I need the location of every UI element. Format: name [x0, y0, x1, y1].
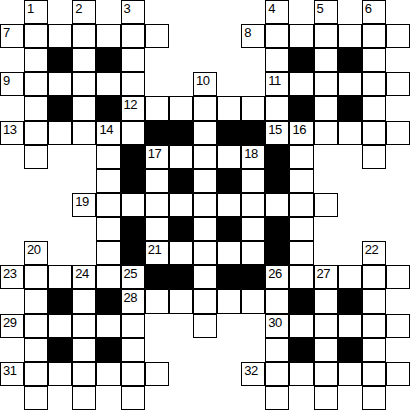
cell-r8-c7[interactable]: [169, 193, 193, 217]
void-r14-c16: [386, 338, 410, 362]
void-r2-c0: [0, 48, 24, 72]
cell-r15-c13[interactable]: [314, 362, 338, 386]
block-r7-c5: [121, 169, 145, 193]
cell-r5-c2[interactable]: [48, 121, 72, 145]
cell-r1-c1[interactable]: [24, 24, 48, 48]
void-r2-c7: [169, 48, 193, 72]
cell-r1-c0[interactable]: 7: [0, 24, 24, 48]
void-r12-c16: [386, 289, 410, 313]
block-r12-c2: [48, 289, 72, 313]
void-r13-c10: [241, 314, 265, 338]
clue-number-19: 19: [75, 194, 88, 209]
void-r10-c14: [338, 241, 362, 265]
cell-r1-c14[interactable]: [338, 24, 362, 48]
cell-r9-c4[interactable]: [96, 217, 120, 241]
cell-r10-c12[interactable]: [289, 241, 313, 265]
void-r4-c16: [386, 96, 410, 120]
cell-r3-c1[interactable]: [24, 72, 48, 96]
cell-r7-c12[interactable]: [289, 169, 313, 193]
cell-r7-c10[interactable]: [241, 169, 265, 193]
cell-r12-c13[interactable]: [314, 289, 338, 313]
block-r11-c7: [169, 265, 193, 289]
void-r9-c14: [338, 217, 362, 241]
block-r14-c4: [96, 338, 120, 362]
void-r16-c8: [193, 386, 217, 410]
void-r1-c8: [193, 24, 217, 48]
cell-r5-c5[interactable]: [121, 121, 145, 145]
void-r16-c9: [217, 386, 241, 410]
cell-r13-c4[interactable]: [96, 314, 120, 338]
void-r16-c4: [96, 386, 120, 410]
clue-number-23: 23: [3, 266, 16, 281]
void-r12-c0: [0, 289, 24, 313]
void-r2-c6: [145, 48, 169, 72]
void-r14-c0: [0, 338, 24, 362]
cell-r13-c2[interactable]: [48, 314, 72, 338]
void-r13-c6: [145, 314, 169, 338]
cell-r3-c4[interactable]: [96, 72, 120, 96]
cell-r5-c12[interactable]: 16: [289, 121, 313, 145]
cell-r5-c0[interactable]: 13: [0, 121, 24, 145]
cell-r15-c0[interactable]: 31: [0, 362, 24, 386]
cell-r15-c6[interactable]: [145, 362, 169, 386]
clue-number-21: 21: [148, 242, 161, 257]
void-r8-c1: [24, 193, 48, 217]
void-r14-c8: [193, 338, 217, 362]
cell-r11-c15[interactable]: [362, 265, 386, 289]
cell-r13-c8[interactable]: [193, 314, 217, 338]
cell-r12-c8[interactable]: [193, 289, 217, 313]
cell-r11-c0[interactable]: 23: [0, 265, 24, 289]
clue-number-28: 28: [124, 290, 137, 305]
cell-r3-c3[interactable]: [72, 72, 96, 96]
clue-number-11: 11: [268, 73, 281, 88]
void-r14-c10: [241, 338, 265, 362]
block-r7-c11: [265, 169, 289, 193]
cell-r8-c10[interactable]: [241, 193, 265, 217]
cell-r1-c12[interactable]: [289, 24, 313, 48]
cell-r9-c6[interactable]: [145, 217, 169, 241]
void-r16-c2: [48, 386, 72, 410]
clue-number-12: 12: [124, 97, 137, 112]
void-r6-c2: [48, 145, 72, 169]
cell-r5-c8[interactable]: [193, 121, 217, 145]
cell-r3-c2[interactable]: [48, 72, 72, 96]
block-r12-c4: [96, 289, 120, 313]
void-r9-c16: [386, 217, 410, 241]
block-r2-c2: [48, 48, 72, 72]
void-r4-c0: [0, 96, 24, 120]
block-r5-c6: [145, 121, 169, 145]
cell-r15-c11[interactable]: [265, 362, 289, 386]
void-r0-c10: [241, 0, 265, 24]
void-r3-c9: [217, 72, 241, 96]
void-r7-c3: [72, 169, 96, 193]
cell-r2-c1[interactable]: [24, 48, 48, 72]
cell-r6-c10[interactable]: 18: [241, 145, 265, 169]
clue-number-29: 29: [3, 315, 16, 330]
void-r16-c0: [0, 386, 24, 410]
cell-r6-c6[interactable]: 17: [145, 145, 169, 169]
cell-r11-c12[interactable]: [289, 265, 313, 289]
cell-r4-c15[interactable]: [362, 96, 386, 120]
void-r0-c8: [193, 0, 217, 24]
cell-r8-c9[interactable]: [217, 193, 241, 217]
block-r12-c14: [338, 289, 362, 313]
cell-r13-c14[interactable]: [338, 314, 362, 338]
cell-r11-c5[interactable]: 25: [121, 265, 145, 289]
cell-r15-c10[interactable]: 32: [241, 362, 265, 386]
cell-r16-c1[interactable]: [24, 386, 48, 410]
void-r16-c16: [386, 386, 410, 410]
block-r14-c2: [48, 338, 72, 362]
cell-r11-c13[interactable]: 27: [314, 265, 338, 289]
void-r9-c2: [48, 217, 72, 241]
cell-r15-c16[interactable]: [386, 362, 410, 386]
cell-r5-c11[interactable]: 15: [265, 121, 289, 145]
cell-r11-c16[interactable]: [386, 265, 410, 289]
void-r2-c16: [386, 48, 410, 72]
cell-r8-c6[interactable]: [145, 193, 169, 217]
cell-r11-c11[interactable]: 26: [265, 265, 289, 289]
cell-r7-c6[interactable]: [145, 169, 169, 193]
void-r7-c14: [338, 169, 362, 193]
cell-r12-c5[interactable]: 28: [121, 289, 145, 313]
cell-r15-c3[interactable]: [72, 362, 96, 386]
void-r6-c0: [0, 145, 24, 169]
cell-r14-c15[interactable]: [362, 338, 386, 362]
cell-r8-c12[interactable]: [289, 193, 313, 217]
cell-r13-c16[interactable]: [386, 314, 410, 338]
cell-r3-c13[interactable]: [314, 72, 338, 96]
void-r2-c9: [217, 48, 241, 72]
cell-r14-c3[interactable]: [72, 338, 96, 362]
cell-r1-c10[interactable]: 8: [241, 24, 265, 48]
void-r2-c10: [241, 48, 265, 72]
crossword-board: 1234567891011121314151617181920212223242…: [0, 0, 410, 410]
cell-r15-c14[interactable]: [338, 362, 362, 386]
block-r6-c11: [265, 145, 289, 169]
cell-r16-c11[interactable]: [265, 386, 289, 410]
cell-r1-c15[interactable]: [362, 24, 386, 48]
cell-r0-c5[interactable]: 3: [121, 0, 145, 24]
clue-number-20: 20: [27, 242, 40, 257]
void-r8-c14: [338, 193, 362, 217]
cell-r0-c3[interactable]: 2: [72, 0, 96, 24]
void-r0-c0: [0, 0, 24, 24]
cell-r10-c15[interactable]: 22: [362, 241, 386, 265]
cell-r3-c0[interactable]: 9: [0, 72, 24, 96]
cell-r2-c11[interactable]: [265, 48, 289, 72]
cell-r3-c11[interactable]: 11: [265, 72, 289, 96]
clue-number-16: 16: [292, 122, 305, 137]
cell-r5-c3[interactable]: [72, 121, 96, 145]
void-r16-c12: [289, 386, 313, 410]
cell-r8-c5[interactable]: [121, 193, 145, 217]
cell-r13-c1[interactable]: [24, 314, 48, 338]
cell-r2-c15[interactable]: [362, 48, 386, 72]
void-r9-c15: [362, 217, 386, 241]
void-r0-c4: [96, 0, 120, 24]
cell-r4-c6[interactable]: [145, 96, 169, 120]
cell-r10-c9[interactable]: [217, 241, 241, 265]
cell-r15-c4[interactable]: [96, 362, 120, 386]
cell-r16-c3[interactable]: [72, 386, 96, 410]
block-r5-c10: [241, 121, 265, 145]
clue-number-13: 13: [3, 122, 16, 137]
block-r11-c9: [217, 265, 241, 289]
void-r7-c13: [314, 169, 338, 193]
void-r9-c0: [0, 217, 24, 241]
clue-number-9: 9: [3, 73, 10, 88]
void-r7-c0: [0, 169, 24, 193]
cell-r11-c14[interactable]: [338, 265, 362, 289]
void-r8-c16: [386, 193, 410, 217]
cell-r1-c16[interactable]: [386, 24, 410, 48]
cell-r1-c3[interactable]: [72, 24, 96, 48]
clue-number-10: 10: [196, 73, 209, 88]
void-r14-c9: [217, 338, 241, 362]
cell-r4-c13[interactable]: [314, 96, 338, 120]
cell-r3-c5[interactable]: [121, 72, 145, 96]
cell-r7-c8[interactable]: [193, 169, 217, 193]
cell-r1-c5[interactable]: [121, 24, 145, 48]
block-r14-c14: [338, 338, 362, 362]
void-r16-c7: [169, 386, 193, 410]
void-r6-c16: [386, 145, 410, 169]
block-r11-c10: [241, 265, 265, 289]
cell-r3-c12[interactable]: [289, 72, 313, 96]
cell-r0-c13[interactable]: 5: [314, 0, 338, 24]
cell-r4-c7[interactable]: [169, 96, 193, 120]
void-r0-c9: [217, 0, 241, 24]
void-r9-c3: [72, 217, 96, 241]
void-r3-c7: [169, 72, 193, 96]
cell-r13-c3[interactable]: [72, 314, 96, 338]
cell-r5-c13[interactable]: [314, 121, 338, 145]
cell-r3-c8[interactable]: 10: [193, 72, 217, 96]
block-r10-c11: [265, 241, 289, 265]
cell-r15-c2[interactable]: [48, 362, 72, 386]
cell-r2-c5[interactable]: [121, 48, 145, 72]
void-r8-c2: [48, 193, 72, 217]
block-r2-c12: [289, 48, 313, 72]
cell-r10-c6[interactable]: 21: [145, 241, 169, 265]
cell-r11-c2[interactable]: [48, 265, 72, 289]
cell-r13-c0[interactable]: 29: [0, 314, 24, 338]
cell-r10-c8[interactable]: [193, 241, 217, 265]
block-r9-c7: [169, 217, 193, 241]
cell-r4-c3[interactable]: [72, 96, 96, 120]
cell-r6-c12[interactable]: [289, 145, 313, 169]
void-r0-c2: [48, 0, 72, 24]
cell-r11-c4[interactable]: [96, 265, 120, 289]
clue-number-26: 26: [268, 266, 281, 281]
cell-r11-c8[interactable]: [193, 265, 217, 289]
cell-r9-c12[interactable]: [289, 217, 313, 241]
clue-number-25: 25: [124, 266, 137, 281]
cell-r1-c13[interactable]: [314, 24, 338, 48]
void-r13-c7: [169, 314, 193, 338]
cell-r6-c1[interactable]: [24, 145, 48, 169]
cell-r1-c6[interactable]: [145, 24, 169, 48]
cell-r8-c3[interactable]: 19: [72, 193, 96, 217]
block-r9-c11: [265, 217, 289, 241]
void-r15-c8: [193, 362, 217, 386]
block-r5-c7: [169, 121, 193, 145]
cell-r9-c8[interactable]: [193, 217, 217, 241]
cell-r14-c5[interactable]: [121, 338, 145, 362]
clue-number-5: 5: [317, 1, 324, 16]
block-r2-c14: [338, 48, 362, 72]
cell-r0-c11[interactable]: 4: [265, 0, 289, 24]
void-r10-c2: [48, 241, 72, 265]
void-r10-c13: [314, 241, 338, 265]
cell-r0-c15[interactable]: 6: [362, 0, 386, 24]
cell-r12-c1[interactable]: [24, 289, 48, 313]
cell-r4-c1[interactable]: [24, 96, 48, 120]
cell-r4-c8[interactable]: [193, 96, 217, 120]
cell-r4-c11[interactable]: [265, 96, 289, 120]
clue-number-8: 8: [244, 25, 251, 40]
clue-number-24: 24: [75, 266, 88, 281]
cell-r13-c11[interactable]: 30: [265, 314, 289, 338]
cell-r0-c1[interactable]: 1: [24, 0, 48, 24]
cell-r10-c1[interactable]: 20: [24, 241, 48, 265]
void-r14-c6: [145, 338, 169, 362]
cell-r12-c11[interactable]: [265, 289, 289, 313]
void-r9-c13: [314, 217, 338, 241]
block-r10-c5: [121, 241, 145, 265]
cell-r4-c9[interactable]: [217, 96, 241, 120]
cell-r15-c15[interactable]: [362, 362, 386, 386]
clue-number-15: 15: [268, 122, 281, 137]
block-r4-c12: [289, 96, 313, 120]
cell-r4-c10[interactable]: [241, 96, 265, 120]
block-r9-c5: [121, 217, 145, 241]
block-r4-c14: [338, 96, 362, 120]
void-r7-c15: [362, 169, 386, 193]
cell-r11-c3[interactable]: 24: [72, 265, 96, 289]
cell-r13-c15[interactable]: [362, 314, 386, 338]
clue-number-31: 31: [3, 363, 16, 378]
void-r6-c14: [338, 145, 362, 169]
void-r2-c8: [193, 48, 217, 72]
clue-number-27: 27: [317, 266, 330, 281]
cell-r1-c4[interactable]: [96, 24, 120, 48]
cell-r6-c15[interactable]: [362, 145, 386, 169]
void-r16-c10: [241, 386, 265, 410]
cell-r13-c12[interactable]: [289, 314, 313, 338]
cell-r2-c13[interactable]: [314, 48, 338, 72]
cell-r1-c11[interactable]: [265, 24, 289, 48]
void-r15-c9: [217, 362, 241, 386]
block-r14-c12: [289, 338, 313, 362]
cell-r12-c10[interactable]: [241, 289, 265, 313]
cell-r15-c12[interactable]: [289, 362, 313, 386]
cell-r10-c10[interactable]: [241, 241, 265, 265]
cell-r3-c14[interactable]: [338, 72, 362, 96]
cell-r15-c5[interactable]: [121, 362, 145, 386]
void-r6-c3: [72, 145, 96, 169]
void-r0-c14: [338, 0, 362, 24]
cell-r6-c9[interactable]: [217, 145, 241, 169]
void-r0-c6: [145, 0, 169, 24]
cell-r11-c1[interactable]: [24, 265, 48, 289]
void-r10-c16: [386, 241, 410, 265]
cell-r6-c4[interactable]: [96, 145, 120, 169]
cell-r5-c1[interactable]: [24, 121, 48, 145]
clue-number-2: 2: [75, 1, 82, 16]
cell-r3-c16[interactable]: [386, 72, 410, 96]
void-r7-c2: [48, 169, 72, 193]
cell-r13-c13[interactable]: [314, 314, 338, 338]
void-r6-c13: [314, 145, 338, 169]
clue-number-3: 3: [124, 1, 131, 16]
cell-r13-c5[interactable]: [121, 314, 145, 338]
void-r8-c0: [0, 193, 24, 217]
cell-r6-c7[interactable]: [169, 145, 193, 169]
cell-r4-c5[interactable]: 12: [121, 96, 145, 120]
cell-r5-c16[interactable]: [386, 121, 410, 145]
clue-number-7: 7: [3, 25, 10, 40]
cell-r15-c1[interactable]: [24, 362, 48, 386]
cell-r10-c4[interactable]: [96, 241, 120, 265]
cell-r12-c7[interactable]: [169, 289, 193, 313]
cell-r1-c2[interactable]: [48, 24, 72, 48]
cell-r12-c9[interactable]: [217, 289, 241, 313]
clue-number-6: 6: [365, 1, 372, 16]
cell-r16-c15[interactable]: [362, 386, 386, 410]
void-r14-c7: [169, 338, 193, 362]
cell-r5-c15[interactable]: [362, 121, 386, 145]
cell-r7-c4[interactable]: [96, 169, 120, 193]
cell-r5-c4[interactable]: 14: [96, 121, 120, 145]
void-r7-c1: [24, 169, 48, 193]
cell-r8-c4[interactable]: [96, 193, 120, 217]
cell-r14-c11[interactable]: [265, 338, 289, 362]
cell-r10-c7[interactable]: [169, 241, 193, 265]
cell-r2-c3[interactable]: [72, 48, 96, 72]
void-r16-c14: [338, 386, 362, 410]
cell-r16-c5[interactable]: [121, 386, 145, 410]
clue-number-30: 30: [268, 315, 281, 330]
cell-r9-c10[interactable]: [241, 217, 265, 241]
cell-r8-c8[interactable]: [193, 193, 217, 217]
void-r8-c15: [362, 193, 386, 217]
cell-r5-c14[interactable]: [338, 121, 362, 145]
cell-r12-c6[interactable]: [145, 289, 169, 313]
cell-r12-c3[interactable]: [72, 289, 96, 313]
cell-r14-c13[interactable]: [314, 338, 338, 362]
cell-r8-c11[interactable]: [265, 193, 289, 217]
void-r13-c9: [217, 314, 241, 338]
block-r12-c12: [289, 289, 313, 313]
void-r3-c10: [241, 72, 265, 96]
void-r7-c16: [386, 169, 410, 193]
cell-r16-c13[interactable]: [314, 386, 338, 410]
cell-r8-c13[interactable]: [314, 193, 338, 217]
cell-r6-c8[interactable]: [193, 145, 217, 169]
void-r0-c16: [386, 0, 410, 24]
cell-r14-c1[interactable]: [24, 338, 48, 362]
cell-r3-c15[interactable]: [362, 72, 386, 96]
block-r4-c4: [96, 96, 120, 120]
void-r9-c1: [24, 217, 48, 241]
void-r15-c7: [169, 362, 193, 386]
cell-r12-c15[interactable]: [362, 289, 386, 313]
void-r1-c7: [169, 24, 193, 48]
